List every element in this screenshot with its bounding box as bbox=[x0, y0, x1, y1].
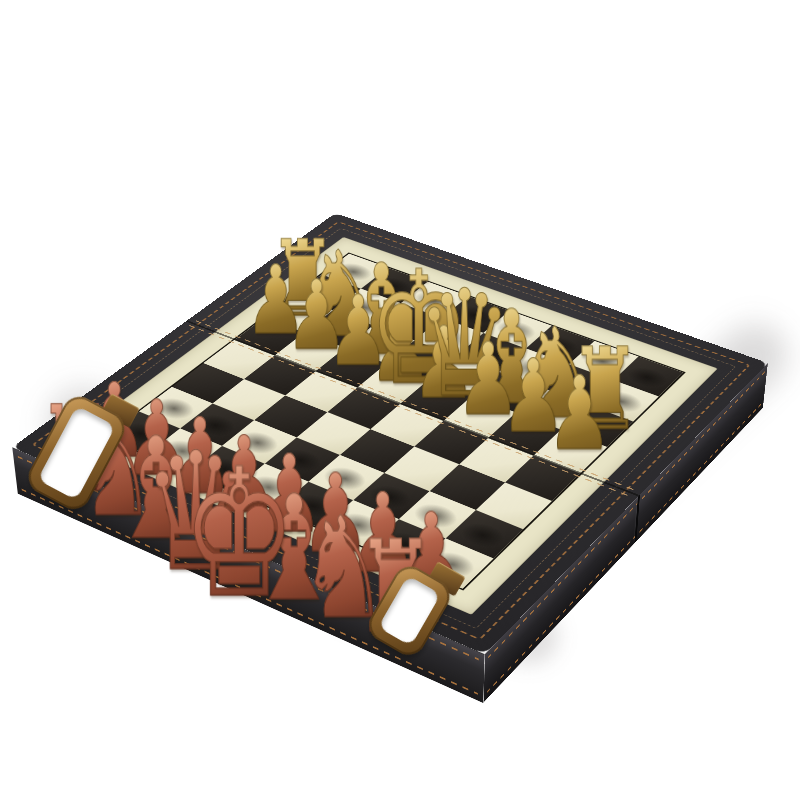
king-glyph: ♚ bbox=[182, 445, 296, 622]
case-fold-seam bbox=[634, 495, 640, 544]
latch-ring-hole bbox=[378, 575, 441, 646]
pawn-glyph: ♟ bbox=[547, 362, 613, 464]
product-photo-background: { "game": "chess", "scene": "folding bla… bbox=[0, 0, 800, 800]
